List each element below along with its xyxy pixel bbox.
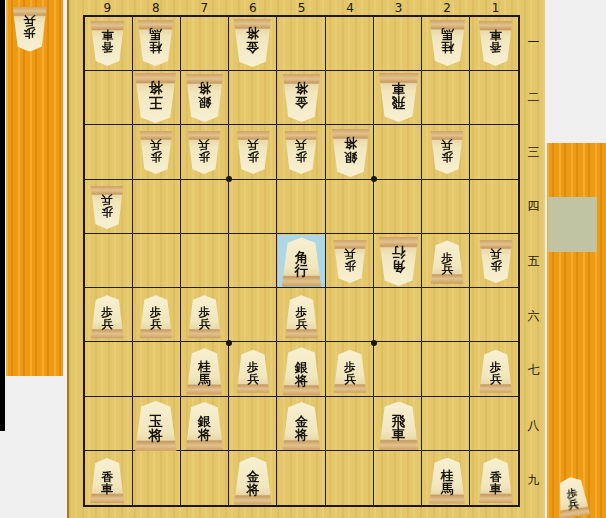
piece-kanji: 将: [295, 428, 308, 441]
square-2二[interactable]: [422, 71, 470, 125]
piece-kanji: 行: [295, 264, 309, 278]
piece-kanji: 銀: [344, 150, 357, 163]
square-6二[interactable]: [229, 71, 277, 125]
file-label-9: 9: [92, 1, 122, 15]
piece-kanji: 兵: [490, 248, 502, 260]
square-1八[interactable]: [470, 397, 518, 451]
square-2七[interactable]: [422, 342, 470, 396]
square-9五[interactable]: [85, 234, 133, 288]
square-2四[interactable]: [422, 180, 470, 234]
piece-kanji: 金: [246, 41, 259, 54]
piece-kanji: 銀: [198, 95, 211, 108]
piece-kanji: 兵: [150, 138, 162, 150]
piece-kanji: 金: [246, 470, 259, 483]
square-6四[interactable]: [229, 180, 277, 234]
piece-kanji: 兵: [247, 374, 259, 386]
square-4六[interactable]: [326, 288, 374, 342]
square-9八[interactable]: [85, 397, 133, 451]
piece-kanji: 将: [246, 483, 259, 496]
piece-kanji: 将: [149, 81, 163, 95]
window-edge-strip: [0, 0, 5, 431]
piece-kanji: 桂: [150, 41, 163, 54]
square-3一[interactable]: [374, 17, 422, 71]
rank-label-6: 六: [521, 308, 546, 324]
star-point: [226, 340, 232, 346]
piece-kanji: 金: [295, 415, 308, 428]
piece-kanji: 銀: [295, 361, 308, 374]
piece-kanji: 角: [392, 259, 406, 273]
piece-kanji: 馬: [441, 28, 454, 41]
piece-kanji: 将: [246, 28, 259, 41]
piece-kanji: 行: [392, 246, 406, 260]
piece-kanji: 兵: [296, 319, 308, 331]
piece-kanji: 兵: [344, 248, 356, 260]
piece-kanji: 馬: [150, 28, 163, 41]
square-7四[interactable]: [181, 180, 229, 234]
piece-kanji: 兵: [24, 14, 36, 26]
piece-kanji: 銀: [198, 415, 211, 428]
square-2八[interactable]: [422, 397, 470, 451]
rank-label-7: 七: [521, 362, 546, 378]
piece-kanji: 兵: [102, 193, 114, 205]
gote-hand-stand: [6, 0, 63, 376]
piece-kanji: 兵: [247, 138, 259, 150]
square-2六[interactable]: [422, 288, 470, 342]
square-3四[interactable]: [374, 180, 422, 234]
piece-kanji: 金: [295, 95, 308, 108]
piece-kanji: 王: [149, 95, 163, 109]
piece-kanji: 車: [101, 483, 113, 495]
rank-label-4: 四: [521, 198, 546, 214]
rank-label-8: 八: [521, 417, 546, 433]
piece-kanji: 将: [295, 374, 308, 387]
square-4八[interactable]: [326, 397, 374, 451]
square-1四[interactable]: [470, 180, 518, 234]
hand-empty-slot: [548, 197, 597, 252]
piece-kanji: 玉: [149, 414, 163, 428]
file-label-5: 5: [286, 1, 316, 15]
square-4一[interactable]: [326, 17, 374, 71]
square-8四[interactable]: [133, 180, 181, 234]
square-7一[interactable]: [181, 17, 229, 71]
piece-kanji: 車: [490, 483, 502, 495]
star-point: [226, 176, 232, 182]
piece-kanji: 兵: [199, 319, 211, 331]
square-1三[interactable]: [470, 125, 518, 179]
square-6八[interactable]: [229, 397, 277, 451]
piece-kanji: 車: [392, 428, 406, 442]
piece-kanji: 歩: [24, 26, 36, 38]
piece-kanji: 将: [295, 82, 308, 95]
piece-kanji: 将: [198, 428, 211, 441]
square-7九[interactable]: [181, 451, 229, 505]
piece-kanji: 香: [101, 41, 113, 53]
square-6五[interactable]: [229, 234, 277, 288]
file-label-2: 2: [432, 1, 462, 15]
file-label-8: 8: [141, 1, 171, 15]
square-9三[interactable]: [85, 125, 133, 179]
rank-label-2: 二: [521, 89, 546, 105]
square-1六[interactable]: [470, 288, 518, 342]
square-8七[interactable]: [133, 342, 181, 396]
square-5九[interactable]: [277, 451, 325, 505]
piece-kanji: 車: [392, 82, 406, 96]
piece-kanji: 兵: [296, 138, 308, 150]
piece-kanji: 歩: [490, 259, 502, 271]
piece-kanji: 兵: [441, 264, 453, 276]
file-label-3: 3: [384, 1, 414, 15]
piece-kanji: 桂: [441, 41, 454, 54]
piece-kanji: 将: [149, 428, 163, 442]
piece-kanji: 飛: [392, 95, 406, 109]
piece-kanji: 将: [198, 82, 211, 95]
file-label-4: 4: [335, 1, 365, 15]
square-5一[interactable]: [277, 17, 325, 71]
piece-kanji: 車: [101, 29, 113, 41]
square-1二[interactable]: [470, 71, 518, 125]
piece-kanji: 歩: [344, 259, 356, 271]
piece-kanji: 兵: [490, 374, 502, 386]
square-3六[interactable]: [374, 288, 422, 342]
file-label-6: 6: [238, 1, 268, 15]
rank-label-5: 五: [521, 253, 546, 269]
square-6六[interactable]: [229, 288, 277, 342]
piece-kanji: 兵: [441, 138, 453, 150]
piece-kanji: 馬: [198, 374, 211, 387]
piece-kanji: 馬: [441, 483, 454, 496]
square-9二[interactable]: [85, 71, 133, 125]
square-7五[interactable]: [181, 234, 229, 288]
piece-kanji: 兵: [344, 374, 356, 386]
rank-label-3: 三: [521, 144, 546, 160]
rank-label-1: 一: [521, 34, 546, 50]
rank-label-9: 九: [521, 472, 546, 488]
square-3九[interactable]: [374, 451, 422, 505]
piece-kanji: 兵: [150, 319, 162, 331]
piece-kanji: 兵: [568, 499, 580, 511]
square-5四[interactable]: [277, 180, 325, 234]
square-8九[interactable]: [133, 451, 181, 505]
square-3三[interactable]: [374, 125, 422, 179]
piece-kanji: 兵: [102, 319, 114, 331]
square-8五[interactable]: [133, 234, 181, 288]
piece-kanji: 車: [490, 29, 502, 41]
square-4四[interactable]: [326, 180, 374, 234]
piece-kanji: 香: [490, 41, 502, 53]
file-label-7: 7: [189, 1, 219, 15]
square-4九[interactable]: [326, 451, 374, 505]
square-9七[interactable]: [85, 342, 133, 396]
piece-kanji: 将: [344, 137, 357, 150]
square-4二[interactable]: [326, 71, 374, 125]
piece-kanji: 兵: [199, 138, 211, 150]
file-label-1: 1: [481, 1, 511, 15]
square-3七[interactable]: [374, 342, 422, 396]
